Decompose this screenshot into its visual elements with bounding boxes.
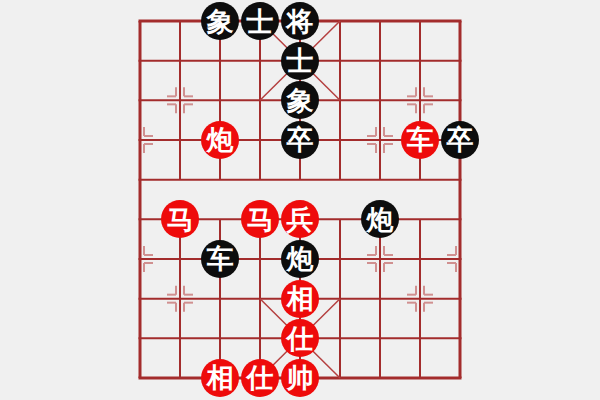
piece-red-cannon[interactable]: 炮: [201, 121, 239, 159]
piece-red-advisor[interactable]: 仕: [241, 359, 279, 397]
piece-red-general[interactable]: 帅: [281, 359, 319, 397]
piece-red-elephant[interactable]: 相: [281, 280, 319, 318]
piece-red-chariot[interactable]: 车: [401, 121, 439, 159]
xiangqi-app: 象士将士象炮卒车卒马马兵炮车炮相仕相仕帅: [0, 0, 600, 400]
piece-black-elephant[interactable]: 象: [281, 81, 319, 119]
piece-black-advisor[interactable]: 士: [281, 42, 319, 80]
piece-red-horse[interactable]: 马: [241, 200, 279, 238]
piece-red-soldier[interactable]: 兵: [281, 200, 319, 238]
piece-black-chariot[interactable]: 车: [201, 240, 239, 278]
piece-black-cannon[interactable]: 炮: [361, 200, 399, 238]
piece-red-advisor[interactable]: 仕: [281, 319, 319, 357]
piece-black-general[interactable]: 将: [281, 2, 319, 40]
piece-black-soldier[interactable]: 卒: [281, 121, 319, 159]
piece-black-elephant[interactable]: 象: [201, 2, 239, 40]
piece-black-cannon[interactable]: 炮: [281, 240, 319, 278]
piece-black-soldier[interactable]: 卒: [441, 121, 479, 159]
xiangqi-board[interactable]: 象士将士象炮卒车卒马马兵炮车炮相仕相仕帅: [120, 1, 480, 398]
piece-black-advisor[interactable]: 士: [241, 2, 279, 40]
piece-red-horse[interactable]: 马: [161, 200, 199, 238]
piece-red-elephant[interactable]: 相: [201, 359, 239, 397]
